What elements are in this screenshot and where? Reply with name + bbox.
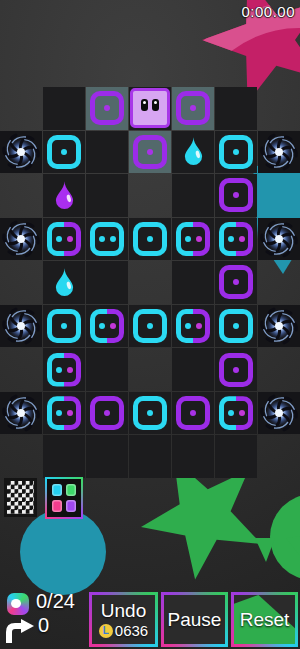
split-die-2	[47, 396, 81, 430]
vortex-icon	[2, 394, 40, 432]
green-circle-shape	[270, 494, 300, 580]
cell-r5c6[interactable]	[258, 305, 300, 348]
cell-r3c6[interactable]	[258, 218, 300, 261]
green-star-point	[286, 536, 300, 556]
cell-r5c2[interactable]	[86, 305, 128, 348]
purple-die-1	[219, 178, 253, 212]
cell-r8c4[interactable]	[172, 435, 214, 478]
cyan-die-1	[47, 135, 81, 169]
moves-arrow-icon	[3, 618, 35, 644]
swatch-purple	[66, 500, 76, 512]
cell-r7c2[interactable]	[86, 392, 128, 435]
split-die-2	[47, 353, 81, 387]
cyan-die-1	[219, 135, 253, 169]
purple-die-1	[90, 91, 124, 125]
cell-r0c3[interactable]	[129, 87, 171, 130]
cell-r1c0[interactable]	[0, 131, 42, 174]
cell-r0c0	[0, 87, 42, 130]
purple-die-1	[219, 353, 253, 387]
cyan-die-1	[219, 309, 253, 343]
cell-r3c3[interactable]	[129, 218, 171, 261]
cell-r0c4[interactable]	[172, 87, 214, 130]
split-die-2	[219, 396, 253, 430]
cell-r5c3[interactable]	[129, 305, 171, 348]
cell-r6c3	[129, 348, 171, 391]
reset-label: Reset	[240, 609, 290, 631]
cell-r7c6[interactable]	[258, 392, 300, 435]
pause-button[interactable]: Pause	[161, 592, 228, 647]
cell-r3c2[interactable]	[86, 218, 128, 261]
purple-die-1	[219, 265, 253, 299]
cell-r8c5[interactable]	[215, 435, 257, 478]
purple-die-1	[176, 396, 210, 430]
split-die-2	[176, 309, 210, 343]
vortex-icon	[260, 307, 298, 345]
cell-r7c4[interactable]	[172, 392, 214, 435]
cell-r1c4[interactable]	[172, 131, 214, 174]
moves-counter: 0	[38, 614, 49, 637]
cell-r7c1[interactable]	[43, 392, 85, 435]
split-die-2	[90, 309, 124, 343]
cell-r0c5[interactable]	[215, 87, 257, 130]
cell-r2c2[interactable]	[86, 174, 128, 217]
cell-r5c1[interactable]	[43, 305, 85, 348]
cell-r4c1[interactable]	[43, 261, 85, 304]
cell-r3c5[interactable]	[215, 218, 257, 261]
purple-die-1	[176, 91, 210, 125]
game-screen: 0:00.00 0/24 0	[0, 0, 300, 649]
cell-r1c2[interactable]	[86, 131, 128, 174]
vortex-icon	[260, 394, 298, 432]
cell-r2c4[interactable]	[172, 174, 214, 217]
cell-r4c6	[258, 261, 300, 304]
cell-r5c4[interactable]	[172, 305, 214, 348]
cell-r6c0	[0, 348, 42, 391]
split-die-2	[219, 222, 253, 256]
cell-r2c0	[0, 174, 42, 217]
cell-r1c3[interactable]	[129, 131, 171, 174]
cell-r2c5[interactable]	[215, 174, 257, 217]
vortex-icon	[2, 307, 40, 345]
green-star-point	[255, 538, 275, 562]
teal-circle-shape	[20, 509, 106, 595]
cell-r4c5[interactable]	[215, 261, 257, 304]
cell-r2c6	[258, 174, 300, 217]
cell-r6c4[interactable]	[172, 348, 214, 391]
cyan-drop-icon	[53, 267, 76, 298]
split-die-2	[47, 222, 81, 256]
cell-r6c6	[258, 348, 300, 391]
purple-die-1	[90, 396, 124, 430]
cell-r4c2[interactable]	[86, 261, 128, 304]
cell-r6c1[interactable]	[43, 348, 85, 391]
swatch-cyan	[52, 484, 62, 496]
cell-r8c0	[0, 435, 42, 478]
cyan-die-1	[133, 309, 167, 343]
reset-button[interactable]: Reset	[231, 592, 298, 647]
cell-r1c1[interactable]	[43, 131, 85, 174]
cell-r8c1[interactable]	[43, 435, 85, 478]
cell-r0c2[interactable]	[86, 87, 128, 130]
cyan-die-2	[90, 222, 124, 256]
undo-label: Undo	[101, 600, 146, 622]
purple-die-1	[133, 135, 167, 169]
cell-r4c4[interactable]	[172, 261, 214, 304]
coin-icon: L	[99, 624, 113, 638]
cell-r1c5[interactable]	[215, 131, 257, 174]
collected-counter: 0/24	[36, 590, 75, 613]
cell-r3c4[interactable]	[172, 218, 214, 261]
purple-drop-icon	[53, 180, 76, 211]
cell-r7c3[interactable]	[129, 392, 171, 435]
collected-blocks-icon	[7, 593, 29, 615]
swatch-pink	[52, 500, 62, 512]
cell-r6c2[interactable]	[86, 348, 128, 391]
cell-r5c0[interactable]	[0, 305, 42, 348]
pause-label: Pause	[168, 609, 222, 631]
cell-r3c1[interactable]	[43, 218, 85, 261]
cyan-drop-icon	[182, 136, 205, 167]
cell-r8c3[interactable]	[129, 435, 171, 478]
cyan-die-1	[133, 222, 167, 256]
cell-r0c1[interactable]	[43, 87, 85, 130]
puzzle-board	[0, 87, 300, 478]
cell-r7c0[interactable]	[0, 392, 42, 435]
cell-r7c5[interactable]	[215, 392, 257, 435]
cell-r1c6[interactable]	[258, 131, 300, 174]
undo-button[interactable]: Undo L 0636	[89, 592, 158, 647]
checkerboard-pattern-icon[interactable]	[4, 478, 37, 517]
timer: 0:00.00	[241, 3, 295, 20]
player	[130, 88, 170, 128]
cell-r3c0[interactable]	[0, 218, 42, 261]
cell-r2c3	[129, 174, 171, 217]
cell-r2c1[interactable]	[43, 174, 85, 217]
cell-r8c6	[258, 435, 300, 478]
vortex-icon	[260, 220, 298, 258]
cyan-die-1	[47, 309, 81, 343]
cell-r4c3	[129, 261, 171, 304]
split-die-2	[176, 222, 210, 256]
cell-r6c5[interactable]	[215, 348, 257, 391]
swatch-green	[66, 484, 76, 496]
cyan-die-1	[133, 396, 167, 430]
cell-r0c6	[258, 87, 300, 130]
cell-r4c0	[0, 261, 42, 304]
undo-coin-count: 0636	[115, 622, 148, 639]
color-key-icon[interactable]	[45, 477, 83, 519]
vortex-icon	[2, 133, 40, 171]
vortex-icon	[2, 220, 40, 258]
vortex-icon	[260, 133, 298, 171]
cell-r5c5[interactable]	[215, 305, 257, 348]
cell-r8c2[interactable]	[86, 435, 128, 478]
